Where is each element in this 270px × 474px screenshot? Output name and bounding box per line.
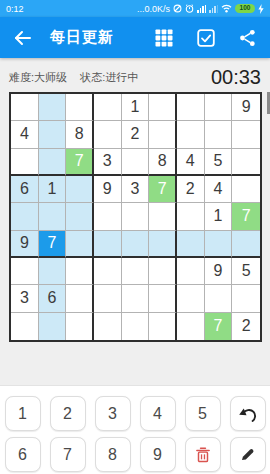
sudoku-cell-r5c6[interactable] <box>149 203 177 230</box>
status-label: 状态:进行中 <box>80 71 138 83</box>
sudoku-cell-r4c6[interactable]: 7 <box>149 176 177 203</box>
sudoku-cell-r5c5[interactable] <box>122 203 150 230</box>
sudoku-cell-r5c4[interactable] <box>94 203 122 230</box>
digit-5-button[interactable]: 5 <box>185 396 221 431</box>
clock: 0:12 <box>6 4 24 14</box>
sudoku-cell-r6c5[interactable] <box>122 231 150 258</box>
grid-icon[interactable] <box>155 29 173 47</box>
sudoku-cell-r4c2[interactable]: 1 <box>39 176 67 203</box>
sudoku-cell-r4c4[interactable]: 9 <box>94 176 122 203</box>
sudoku-cell-r6c4[interactable] <box>94 231 122 258</box>
sudoku-cell-r2c7[interactable] <box>177 121 205 148</box>
digit-9-button[interactable]: 9 <box>140 437 176 472</box>
sudoku-cell-r8c8[interactable] <box>205 285 233 312</box>
daily-check-icon[interactable] <box>197 29 215 47</box>
sudoku-cell-r9c4[interactable] <box>94 313 122 340</box>
sudoku-cell-r7c1[interactable] <box>11 258 39 285</box>
sudoku-cell-r2c2[interactable] <box>39 121 67 148</box>
sudoku-cell-r9c2[interactable] <box>39 313 67 340</box>
digit-8-button[interactable]: 8 <box>95 437 131 472</box>
game-info-text: 难度:大师级 状态:进行中 <box>9 70 148 87</box>
undo-button[interactable] <box>230 396 266 431</box>
sudoku-cell-r7c2[interactable] <box>39 258 67 285</box>
sudoku-cell-r7c3[interactable] <box>66 258 94 285</box>
sudoku-cell-r6c3[interactable] <box>66 231 94 258</box>
delete-button[interactable] <box>185 437 221 472</box>
network-speed: ...0.0K/s <box>137 4 170 14</box>
trash-icon <box>194 446 212 464</box>
sudoku-cell-r3c6[interactable]: 8 <box>149 149 177 176</box>
sudoku-cell-r3c5[interactable] <box>122 149 150 176</box>
do-not-disturb-icon <box>173 4 182 13</box>
alarm-icon <box>185 4 194 13</box>
sudoku-cell-r1c4[interactable] <box>94 94 122 121</box>
sudoku-cell-r6c9[interactable] <box>232 231 260 258</box>
sudoku-cell-r5c2[interactable] <box>39 203 67 230</box>
sudoku-cell-r1c7[interactable] <box>177 94 205 121</box>
sudoku-cell-r7c8[interactable]: 9 <box>205 258 233 285</box>
digit-6-button[interactable]: 6 <box>5 437 41 472</box>
sudoku-cell-r8c6[interactable] <box>149 285 177 312</box>
sudoku-cell-r1c6[interactable] <box>149 94 177 121</box>
sudoku-cell-r5c9[interactable]: 7 <box>232 203 260 230</box>
sudoku-cell-r8c5[interactable] <box>122 285 150 312</box>
wifi-icon <box>221 4 232 13</box>
sudoku-cell-r4c7[interactable]: 2 <box>177 176 205 203</box>
sudoku-cell-r8c2[interactable]: 6 <box>39 285 67 312</box>
sudoku-cell-r3c8[interactable]: 5 <box>205 149 233 176</box>
sudoku-cell-r8c3[interactable] <box>66 285 94 312</box>
sudoku-cell-r4c8[interactable]: 4 <box>205 176 233 203</box>
sudoku-cell-r2c8[interactable] <box>205 121 233 148</box>
scrollbar-thumb[interactable] <box>267 92 270 114</box>
sudoku-cell-r7c6[interactable] <box>149 258 177 285</box>
sudoku-cell-r5c1[interactable] <box>11 203 39 230</box>
keypad-row-1: 1 2 3 4 5 <box>0 396 270 431</box>
sudoku-cell-r6c8[interactable] <box>205 231 233 258</box>
battery-icon: 100 <box>235 4 255 13</box>
sudoku-cell-r1c1[interactable] <box>11 94 39 121</box>
sudoku-cell-r9c6[interactable] <box>149 313 177 340</box>
sudoku-cell-r2c1[interactable]: 4 <box>11 121 39 148</box>
back-arrow-icon[interactable] <box>14 30 32 46</box>
sudoku-cell-r9c9[interactable]: 2 <box>232 313 260 340</box>
sudoku-cell-r1c9[interactable]: 9 <box>232 94 260 121</box>
undo-icon <box>238 405 257 422</box>
signal-sim2-icon <box>209 5 218 13</box>
sudoku-cell-r4c5[interactable]: 3 <box>122 176 150 203</box>
sudoku-cell-r1c3[interactable] <box>66 94 94 121</box>
sudoku-cell-r8c4[interactable] <box>94 285 122 312</box>
sudoku-cell-r9c3[interactable] <box>66 313 94 340</box>
digit-3-button[interactable]: 3 <box>95 396 131 431</box>
status-bar: 0:12 ...0.0K/s 100 <box>0 0 270 17</box>
sudoku-cell-r5c8[interactable]: 1 <box>205 203 233 230</box>
sudoku-cell-r8c1[interactable]: 3 <box>11 285 39 312</box>
sudoku-cell-r2c4[interactable] <box>94 121 122 148</box>
sudoku-cell-r6c7[interactable] <box>177 231 205 258</box>
share-icon[interactable] <box>239 29 256 47</box>
sudoku-cell-r3c7[interactable]: 4 <box>177 149 205 176</box>
difficulty-label: 难度:大师级 <box>9 71 67 83</box>
sudoku-cell-r8c9[interactable] <box>232 285 260 312</box>
sudoku-cell-r3c9[interactable] <box>232 149 260 176</box>
sudoku-cell-r2c9[interactable] <box>232 121 260 148</box>
digit-4-button[interactable]: 4 <box>140 396 176 431</box>
signal-sim1-icon <box>197 5 206 13</box>
pencil-button[interactable] <box>230 437 266 472</box>
sudoku-cell-r2c3[interactable]: 8 <box>66 121 94 148</box>
sudoku-cell-r7c4[interactable] <box>94 258 122 285</box>
digit-2-button[interactable]: 2 <box>50 396 86 431</box>
sudoku-cell-r2c5[interactable]: 2 <box>122 121 150 148</box>
board-wrap: 194827384561937241797953672 <box>0 89 270 342</box>
keypad-row-2: 6 7 8 9 <box>0 437 270 472</box>
sudoku-cell-r6c6[interactable] <box>149 231 177 258</box>
sudoku-board[interactable]: 194827384561937241797953672 <box>9 92 262 342</box>
sudoku-cell-r4c9[interactable] <box>232 176 260 203</box>
page-title: 每日更新 <box>50 28 114 47</box>
digit-7-button[interactable]: 7 <box>50 437 86 472</box>
sudoku-cell-r3c3[interactable]: 7 <box>66 149 94 176</box>
sudoku-cell-r8c7[interactable] <box>177 285 205 312</box>
pencil-icon <box>239 446 256 463</box>
sudoku-cell-r4c3[interactable] <box>66 176 94 203</box>
screen: 0:12 ...0.0K/s 100 <box>0 0 270 474</box>
sudoku-cell-r5c7[interactable] <box>177 203 205 230</box>
charging-icon <box>258 4 264 14</box>
sudoku-cell-r3c1[interactable] <box>11 149 39 176</box>
sudoku-cell-r3c4[interactable]: 3 <box>94 149 122 176</box>
sudoku-cell-r4c1[interactable]: 6 <box>11 176 39 203</box>
sudoku-cell-r5c3[interactable] <box>66 203 94 230</box>
sudoku-cell-r1c8[interactable] <box>205 94 233 121</box>
app-bar: 每日更新 <box>0 17 270 58</box>
sudoku-cell-r1c5[interactable]: 1 <box>122 94 150 121</box>
sudoku-cell-r6c1[interactable]: 9 <box>11 231 39 258</box>
timer: 00:33 <box>211 67 261 87</box>
sudoku-cell-r9c1[interactable] <box>11 313 39 340</box>
sudoku-cell-r7c5[interactable] <box>122 258 150 285</box>
digit-1-button[interactable]: 1 <box>5 396 41 431</box>
sudoku-cell-r9c5[interactable] <box>122 313 150 340</box>
game-info-row: 难度:大师级 状态:进行中 00:33 <box>0 58 270 89</box>
sudoku-cell-r9c7[interactable] <box>177 313 205 340</box>
sudoku-cell-r1c2[interactable] <box>39 94 67 121</box>
sudoku-cell-r3c2[interactable] <box>39 149 67 176</box>
sudoku-cell-r7c7[interactable] <box>177 258 205 285</box>
sudoku-cell-r9c8[interactable]: 7 <box>205 313 233 340</box>
sudoku-cell-r7c9[interactable]: 5 <box>232 258 260 285</box>
keypad: 1 2 3 4 5 6 7 8 9 <box>0 385 270 474</box>
sudoku-cell-r6c2[interactable]: 7 <box>39 231 67 258</box>
sudoku-cell-r2c6[interactable] <box>149 121 177 148</box>
